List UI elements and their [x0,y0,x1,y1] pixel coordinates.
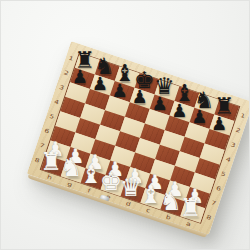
rank-label-right-6: 6 [215,185,222,193]
rank-label-left-4: 4 [53,98,60,106]
rank-label-left-5: 5 [48,113,55,121]
rank-label-right-5: 5 [220,170,227,178]
chess-board: 12345678 12345678 hgfedcba ♜♞♝♚♛♝♞♜♟♟♟♟♟… [27,41,250,235]
photo-background: 12345678 12345678 hgfedcba ♜♞♝♚♛♝♞♜♟♟♟♟♟… [0,0,250,250]
piece-white-rook[interactable]: ♜ [40,149,61,174]
rank-label-right-7: 7 [210,199,217,207]
rank-label-right-3: 3 [230,141,237,149]
piece-white-bishop[interactable]: ♝ [140,182,161,207]
rank-label-left-6: 6 [44,127,51,135]
board-grid: ♜♞♝♚♛♝♞♜♟♟♟♟♟♟♟♟♟♟♟♟♟♟♟♟♜♞♝♚♛♝♞♜ [41,53,239,223]
rank-label-right-4: 4 [225,156,232,164]
piece-white-bishop[interactable]: ♝ [80,162,101,187]
rank-label-left-3: 3 [58,84,65,92]
piece-white-king[interactable]: ♚ [100,169,121,194]
rank-label-right-2: 2 [235,126,242,134]
piece-white-queen[interactable]: ♛ [120,175,141,200]
piece-white-rook[interactable]: ♜ [180,195,201,220]
square-a8[interactable]: ♜ [180,202,205,223]
piece-white-knight[interactable]: ♞ [60,155,81,180]
piece-white-knight[interactable]: ♞ [160,188,181,213]
rank-label-right-1: 1 [240,112,247,120]
rank-label-right-8: 8 [205,214,212,222]
